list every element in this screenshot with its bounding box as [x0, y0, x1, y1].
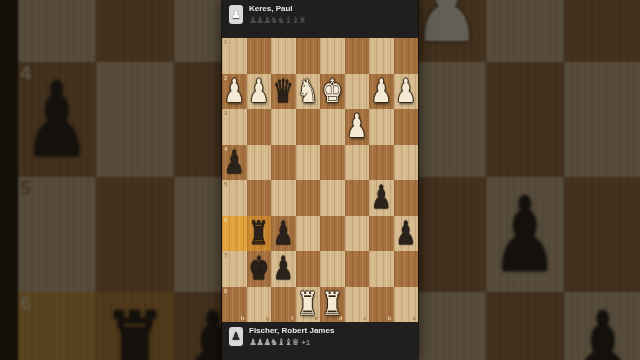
square-b3[interactable]	[369, 109, 394, 145]
rank-label-6: 6	[224, 217, 227, 223]
captured-black-bishop-icon: ♝	[284, 16, 291, 25]
square-f1[interactable]	[271, 38, 296, 74]
square-b2[interactable]: ♟	[369, 74, 394, 110]
square-h3[interactable]: 3	[222, 109, 247, 145]
captured-black-bishop-icon: ♝	[291, 16, 298, 25]
square-g8[interactable]: g	[247, 287, 272, 323]
square-h6[interactable]: 6	[222, 216, 247, 252]
file-label-b: b	[388, 315, 392, 321]
square-c6[interactable]	[345, 216, 370, 252]
square-c7[interactable]	[345, 251, 370, 287]
square-f4[interactable]	[271, 145, 296, 181]
square-d2[interactable]: ♚	[320, 74, 345, 110]
rank-label-8: 8	[224, 288, 227, 294]
captured-white-pawn-icon: ♟	[256, 338, 263, 347]
square-h5[interactable]: 5	[222, 180, 247, 216]
square-g1[interactable]	[247, 38, 272, 74]
player-name-top: Keres, Paul	[249, 4, 306, 14]
square-c4[interactable]	[345, 145, 370, 181]
player-name-bottom: Fischer, Robert James	[249, 326, 334, 336]
square-b1[interactable]	[369, 38, 394, 74]
square-a8[interactable]: a	[394, 287, 419, 323]
square-b5[interactable]: ♟	[369, 180, 394, 216]
square-f3[interactable]	[271, 109, 296, 145]
square-e4[interactable]	[296, 145, 321, 181]
square-c3[interactable]: ♟	[345, 109, 370, 145]
square-d3[interactable]	[320, 109, 345, 145]
square-g6[interactable]: ♜	[247, 216, 272, 252]
player-bar-bottom: ♟ Fischer, Robert James ♟♟♟♞♝♝♛+1	[222, 322, 418, 360]
captured-white-pawn-icon: ♟	[249, 338, 256, 347]
square-g3[interactable]	[247, 109, 272, 145]
captured-black-pawn-icon: ♟	[263, 16, 270, 25]
square-f8[interactable]: f	[271, 287, 296, 323]
square-g2[interactable]: ♟	[247, 74, 272, 110]
square-e2[interactable]: ♞	[296, 74, 321, 110]
file-label-a: a	[413, 315, 416, 321]
captured-black-pawn-icon: ♟	[256, 16, 263, 25]
rank-label-5: 5	[224, 181, 227, 187]
player-info-top: Keres, Paul ♟♟♟♞♞♝♝♜	[249, 4, 306, 25]
square-h4[interactable]: ♟4	[222, 145, 247, 181]
square-a2[interactable]: ♟	[394, 74, 419, 110]
avatar-white-player: ♟	[229, 5, 243, 24]
chess-board: 1♟2♟♛♞♚♟♟3♟♟45♟6♜♟♟7♚♟8hgf♜e♜dcba	[222, 38, 418, 322]
square-d1[interactable]	[320, 38, 345, 74]
captured-pieces-bottom: ♟♟♟♞♝♝♛+1	[249, 338, 334, 347]
file-label-g: g	[265, 315, 269, 321]
square-d7[interactable]	[320, 251, 345, 287]
square-a6[interactable]: ♟	[394, 216, 419, 252]
captured-black-pawn-icon: ♟	[249, 16, 256, 25]
white-king-d2[interactable]: ♚	[322, 75, 343, 107]
square-e3[interactable]	[296, 109, 321, 145]
square-e5[interactable]	[296, 180, 321, 216]
chess-app: ♟ Keres, Paul ♟♟♟♞♞♝♝♜ 1♟2♟♛♞♚♟♟3♟♟45♟6♜…	[222, 0, 418, 360]
white-pawn-a2[interactable]: ♟	[395, 75, 416, 107]
captured-black-knight-icon: ♞	[277, 16, 284, 25]
square-a3[interactable]	[394, 109, 419, 145]
file-label-e: e	[315, 315, 318, 321]
avatar-black-player: ♟	[229, 327, 243, 346]
square-c5[interactable]	[345, 180, 370, 216]
square-d8[interactable]: ♜d	[320, 287, 345, 323]
rank-label-2: 2	[224, 75, 227, 81]
rank-label-4: 4	[224, 146, 227, 152]
square-d4[interactable]	[320, 145, 345, 181]
captured-white-bishop-icon: ♝	[284, 338, 291, 347]
square-h8[interactable]: 8h	[222, 287, 247, 323]
black-pawn-avatar-icon: ♟	[231, 331, 241, 342]
square-f5[interactable]	[271, 180, 296, 216]
square-h2[interactable]: ♟2	[222, 74, 247, 110]
square-g4[interactable]	[247, 145, 272, 181]
white-knight-e2[interactable]: ♞	[297, 75, 318, 107]
captured-black-rook-icon: ♜	[299, 16, 306, 25]
rank-label-1: 1	[224, 39, 227, 45]
square-c8[interactable]: c	[345, 287, 370, 323]
captured-white-pawn-icon: ♟	[263, 338, 270, 347]
square-d6[interactable]	[320, 216, 345, 252]
captured-white-knight-icon: ♞	[270, 338, 277, 347]
player-info-bottom: Fischer, Robert James ♟♟♟♞♝♝♛+1	[249, 326, 334, 347]
square-a5[interactable]	[394, 180, 419, 216]
square-b7[interactable]	[369, 251, 394, 287]
square-f2[interactable]: ♛	[271, 74, 296, 110]
square-f6[interactable]: ♟	[271, 216, 296, 252]
white-pawn-c3[interactable]: ♟	[346, 111, 367, 143]
square-e8[interactable]: ♜e	[296, 287, 321, 323]
file-label-d: d	[339, 315, 343, 321]
white-pawn-g2[interactable]: ♟	[248, 75, 269, 107]
captured-pieces-top: ♟♟♟♞♞♝♝♜	[249, 16, 306, 25]
square-f7[interactable]: ♟	[271, 251, 296, 287]
square-e6[interactable]	[296, 216, 321, 252]
square-e7[interactable]	[296, 251, 321, 287]
square-c1[interactable]	[345, 38, 370, 74]
captured-white-queen-icon: ♛	[291, 338, 298, 347]
file-label-h: h	[241, 315, 245, 321]
square-a1[interactable]	[394, 38, 419, 74]
square-g7[interactable]: ♚	[247, 251, 272, 287]
player-bar-top: ♟ Keres, Paul ♟♟♟♞♞♝♝♜	[222, 0, 418, 38]
square-g5[interactable]	[247, 180, 272, 216]
square-h1[interactable]: 1	[222, 38, 247, 74]
square-b4[interactable]	[369, 145, 394, 181]
rank-label-3: 3	[224, 110, 227, 116]
square-a7[interactable]	[394, 251, 419, 287]
square-d5[interactable]	[320, 180, 345, 216]
video-frame: 1♟2♟♛♞♚♟♟3♟♟45♟6♜♟♟7♚♟8hgf♜e♜dcba ♟ Kere…	[0, 0, 640, 360]
square-e1[interactable]	[296, 38, 321, 74]
square-h7[interactable]: 7	[222, 251, 247, 287]
white-pawn-b2[interactable]: ♟	[371, 75, 392, 107]
captured-black-knight-icon: ♞	[270, 16, 277, 25]
white-pawn-avatar-icon: ♟	[231, 9, 241, 20]
square-b6[interactable]	[369, 216, 394, 252]
black-pawn-f6[interactable]: ♟	[273, 217, 294, 249]
black-queen-f2[interactable]: ♛	[273, 75, 294, 107]
file-label-f: f	[292, 315, 294, 321]
file-label-c: c	[364, 315, 367, 321]
black-pawn-a6[interactable]: ♟	[395, 217, 416, 249]
black-rook-g6[interactable]: ♜	[248, 217, 269, 249]
square-a4[interactable]	[394, 145, 419, 181]
square-c2[interactable]	[345, 74, 370, 110]
rank-label-7: 7	[224, 252, 227, 258]
black-pawn-f7[interactable]: ♟	[273, 253, 294, 285]
captured-white-bishop-icon: ♝	[277, 338, 284, 347]
square-b8[interactable]: b	[369, 287, 394, 323]
black-king-g7[interactable]: ♚	[248, 253, 269, 285]
material-advantage: +1	[302, 339, 311, 347]
black-pawn-b5[interactable]: ♟	[371, 182, 392, 214]
